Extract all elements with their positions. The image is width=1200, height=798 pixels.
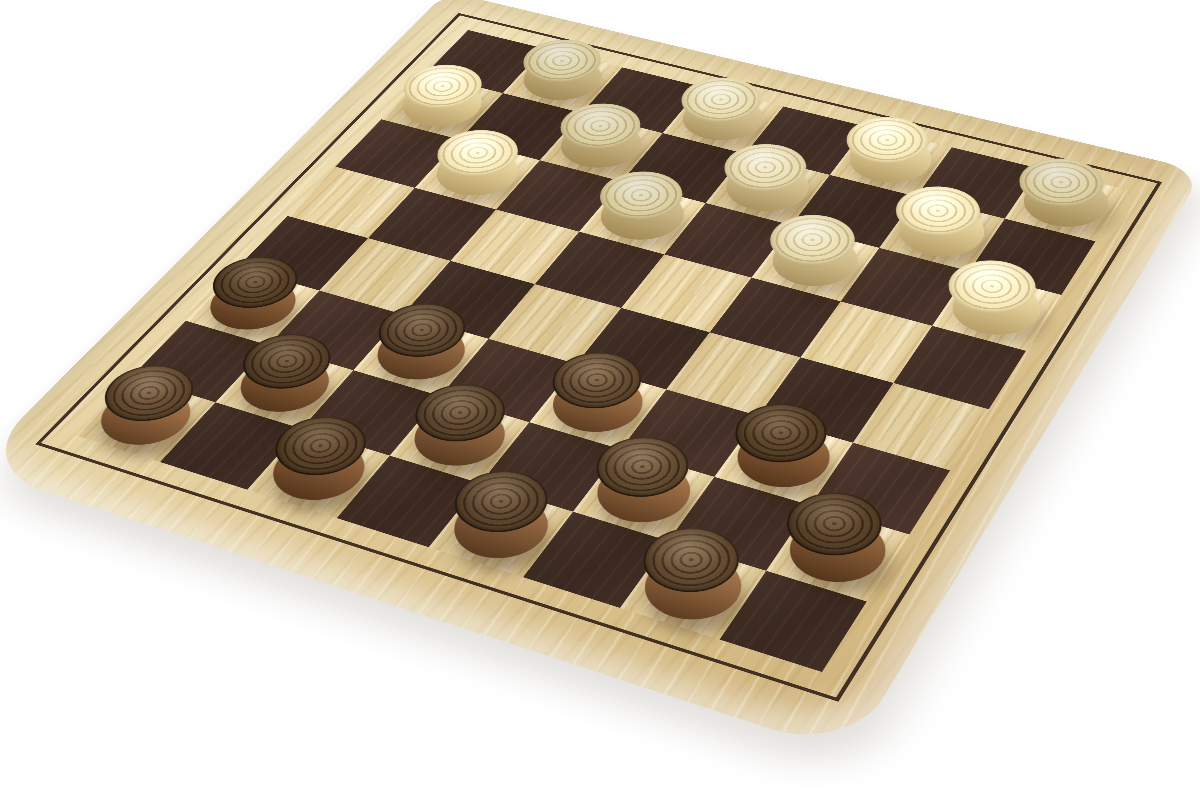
checkers-board-plane: ⛀⛀⛀⛀⛀⛀⛀⛀⛀⛀⛀⛀⛂⛂⛂⛂⛂⛂⛂⛂⛂⛂⛂⛂ (75, 30, 1128, 672)
piece-walnut-b2[interactable]: ⛂ (224, 350, 345, 423)
product-photo-stage: ⛀⛀⛀⛀⛀⛀⛀⛀⛀⛀⛀⛀⛂⛂⛂⛂⛂⛂⛂⛂⛂⛂⛂⛂ (0, 0, 1200, 798)
piece-cream-f6[interactable]: ⛀ (759, 230, 871, 297)
piece-cream-d6[interactable]: ⛀ (587, 186, 698, 250)
piece-cream-b6[interactable]: ⛀ (422, 144, 532, 206)
piece-walnut-a3[interactable]: ⛂ (194, 272, 312, 341)
